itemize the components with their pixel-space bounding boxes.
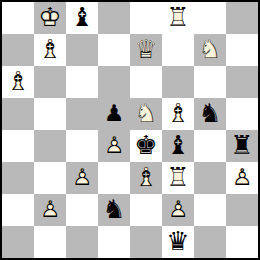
square-g5[interactable]: ♞: [194, 98, 226, 130]
white-piece-outline: ♖: [162, 2, 194, 34]
square-a2[interactable]: [2, 194, 34, 226]
piece-black-king: ♚: [130, 130, 162, 162]
square-g6[interactable]: [194, 66, 226, 98]
square-d6[interactable]: [98, 66, 130, 98]
piece-white-queen: ♛♕: [130, 34, 162, 66]
square-e8[interactable]: [130, 2, 162, 34]
square-c4[interactable]: [66, 130, 98, 162]
piece-white-bishop: ♝♗: [130, 162, 162, 194]
square-d8[interactable]: [98, 2, 130, 34]
white-piece-outline: ♔: [34, 2, 66, 34]
square-c1[interactable]: [66, 226, 98, 258]
piece-white-bishop: ♝♗: [162, 98, 194, 130]
square-d4[interactable]: ♟♙: [98, 130, 130, 162]
square-c2[interactable]: [66, 194, 98, 226]
square-e1[interactable]: [130, 226, 162, 258]
piece-black-bishop: ♝: [162, 130, 194, 162]
square-g8[interactable]: [194, 2, 226, 34]
piece-white-rook: ♜♖: [162, 162, 194, 194]
square-c8[interactable]: ♝: [66, 2, 98, 34]
piece-white-knight: ♞♘: [130, 98, 162, 130]
square-g1[interactable]: [194, 226, 226, 258]
white-piece-outline: ♖: [162, 162, 194, 194]
white-piece-outline: ♗: [162, 98, 194, 130]
square-e7[interactable]: ♛♕: [130, 34, 162, 66]
white-piece-outline: ♙: [226, 162, 258, 194]
white-piece-outline: ♙: [66, 162, 98, 194]
piece-white-pawn: ♟♙: [98, 130, 130, 162]
white-piece-outline: ♕: [130, 34, 162, 66]
square-f7[interactable]: [162, 34, 194, 66]
square-f2[interactable]: ♟♙: [162, 194, 194, 226]
square-e4[interactable]: ♚: [130, 130, 162, 162]
square-b8[interactable]: ♚♔: [34, 2, 66, 34]
square-h7[interactable]: [226, 34, 258, 66]
piece-white-pawn: ♟♙: [34, 194, 66, 226]
square-f6[interactable]: [162, 66, 194, 98]
piece-black-knight: ♞: [194, 98, 226, 130]
square-f4[interactable]: ♝: [162, 130, 194, 162]
square-d5[interactable]: ♟: [98, 98, 130, 130]
piece-white-rook: ♜♖: [162, 2, 194, 34]
square-e5[interactable]: ♞♘: [130, 98, 162, 130]
white-piece-outline: ♙: [34, 194, 66, 226]
piece-white-bishop: ♝♗: [34, 34, 66, 66]
black-piece-glyph: ♜: [226, 130, 258, 162]
white-piece-outline: ♙: [98, 130, 130, 162]
white-piece-outline: ♗: [34, 34, 66, 66]
square-a3[interactable]: [2, 162, 34, 194]
square-f1[interactable]: ♛: [162, 226, 194, 258]
piece-white-bishop: ♝♗: [2, 66, 34, 98]
white-piece-outline: ♙: [162, 194, 194, 226]
white-piece-outline: ♗: [2, 66, 34, 98]
square-g7[interactable]: ♞♘: [194, 34, 226, 66]
square-d2[interactable]: ♞: [98, 194, 130, 226]
square-f3[interactable]: ♜♖: [162, 162, 194, 194]
black-piece-glyph: ♝: [162, 130, 194, 162]
piece-black-queen: ♛: [162, 226, 194, 258]
square-g2[interactable]: [194, 194, 226, 226]
square-h5[interactable]: [226, 98, 258, 130]
chess-board: ♚♔♝♜♖♝♗♛♕♞♘♝♗♟♞♘♝♗♞♟♙♚♝♜♟♙♝♗♜♖♟♙♟♙♞♟♙♛: [2, 2, 258, 258]
square-d3[interactable]: [98, 162, 130, 194]
square-b3[interactable]: [34, 162, 66, 194]
piece-black-bishop: ♝: [66, 2, 98, 34]
square-a5[interactable]: [2, 98, 34, 130]
piece-white-pawn: ♟♙: [66, 162, 98, 194]
square-f5[interactable]: ♝♗: [162, 98, 194, 130]
square-h8[interactable]: [226, 2, 258, 34]
square-b5[interactable]: [34, 98, 66, 130]
square-g3[interactable]: [194, 162, 226, 194]
square-c5[interactable]: [66, 98, 98, 130]
square-h3[interactable]: ♟♙: [226, 162, 258, 194]
black-piece-glyph: ♞: [98, 194, 130, 226]
square-h4[interactable]: ♜: [226, 130, 258, 162]
piece-white-pawn: ♟♙: [162, 194, 194, 226]
square-a7[interactable]: [2, 34, 34, 66]
square-h1[interactable]: [226, 226, 258, 258]
black-piece-glyph: ♚: [130, 130, 162, 162]
piece-white-king: ♚♔: [34, 2, 66, 34]
square-b1[interactable]: [34, 226, 66, 258]
square-f8[interactable]: ♜♖: [162, 2, 194, 34]
piece-black-pawn: ♟: [98, 98, 130, 130]
square-b7[interactable]: ♝♗: [34, 34, 66, 66]
square-d1[interactable]: [98, 226, 130, 258]
square-e2[interactable]: [130, 194, 162, 226]
square-e6[interactable]: [130, 66, 162, 98]
piece-white-pawn: ♟♙: [226, 162, 258, 194]
white-piece-outline: ♘: [130, 98, 162, 130]
piece-black-knight: ♞: [98, 194, 130, 226]
square-b6[interactable]: [34, 66, 66, 98]
square-b4[interactable]: [34, 130, 66, 162]
square-e3[interactable]: ♝♗: [130, 162, 162, 194]
black-piece-glyph: ♛: [162, 226, 194, 258]
square-a1[interactable]: [2, 226, 34, 258]
square-a4[interactable]: [2, 130, 34, 162]
square-c7[interactable]: [66, 34, 98, 66]
chess-diagram: ♚♔♝♜♖♝♗♛♕♞♘♝♗♟♞♘♝♗♞♟♙♚♝♜♟♙♝♗♜♖♟♙♟♙♞♟♙♛: [0, 0, 260, 260]
white-piece-outline: ♘: [194, 34, 226, 66]
square-d7[interactable]: [98, 34, 130, 66]
square-c6[interactable]: [66, 66, 98, 98]
square-h2[interactable]: [226, 194, 258, 226]
square-h6[interactable]: [226, 66, 258, 98]
square-b2[interactable]: ♟♙: [34, 194, 66, 226]
black-piece-glyph: ♞: [194, 98, 226, 130]
piece-black-rook: ♜: [226, 130, 258, 162]
square-c3[interactable]: ♟♙: [66, 162, 98, 194]
black-piece-glyph: ♝: [66, 2, 98, 34]
square-g4[interactable]: [194, 130, 226, 162]
white-piece-outline: ♗: [130, 162, 162, 194]
square-a8[interactable]: [2, 2, 34, 34]
black-piece-glyph: ♟: [98, 98, 130, 130]
square-a6[interactable]: ♝♗: [2, 66, 34, 98]
piece-white-knight: ♞♘: [194, 34, 226, 66]
